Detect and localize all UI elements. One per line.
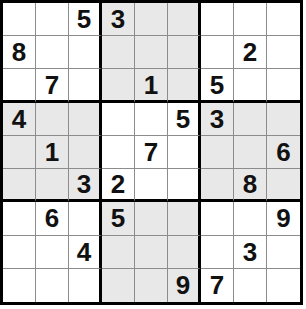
- cell-r4c6[interactable]: 5: [168, 103, 201, 136]
- cell-r2c7[interactable]: [201, 36, 234, 69]
- cell-r7c2[interactable]: 6: [36, 202, 69, 235]
- sudoku-board: 53827154531763286594397: [0, 0, 303, 305]
- cell-r8c8[interactable]: 3: [234, 236, 267, 269]
- cell-r8c7[interactable]: [201, 236, 234, 269]
- cell-r9c7[interactable]: 7: [201, 269, 234, 302]
- cell-r2c5[interactable]: [135, 36, 168, 69]
- cell-r3c8[interactable]: [234, 69, 267, 102]
- cell-r4c4[interactable]: [102, 103, 135, 136]
- cell-r7c8[interactable]: [234, 202, 267, 235]
- cell-r4c3[interactable]: [69, 103, 102, 136]
- cell-r4c7[interactable]: 3: [201, 103, 234, 136]
- cell-r1c5[interactable]: [135, 3, 168, 36]
- cell-r1c2[interactable]: [36, 3, 69, 36]
- cell-r9c1[interactable]: [3, 269, 36, 302]
- cell-r3c7[interactable]: 5: [201, 69, 234, 102]
- cell-r6c6[interactable]: [168, 169, 201, 202]
- cell-r8c5[interactable]: [135, 236, 168, 269]
- cell-r9c5[interactable]: [135, 269, 168, 302]
- cell-r2c3[interactable]: [69, 36, 102, 69]
- cell-r7c6[interactable]: [168, 202, 201, 235]
- cell-r8c6[interactable]: [168, 236, 201, 269]
- cell-r7c9[interactable]: 9: [267, 202, 300, 235]
- cell-r2c9[interactable]: [267, 36, 300, 69]
- cell-r9c3[interactable]: [69, 269, 102, 302]
- cell-r6c9[interactable]: [267, 169, 300, 202]
- cell-r8c1[interactable]: [3, 236, 36, 269]
- cell-r3c1[interactable]: [3, 69, 36, 102]
- cell-r3c9[interactable]: [267, 69, 300, 102]
- cell-r2c6[interactable]: [168, 36, 201, 69]
- cell-r6c1[interactable]: [3, 169, 36, 202]
- cell-r2c4[interactable]: [102, 36, 135, 69]
- cell-r9c2[interactable]: [36, 269, 69, 302]
- cell-r3c5[interactable]: 1: [135, 69, 168, 102]
- cell-r1c3[interactable]: 5: [69, 3, 102, 36]
- cell-r4c8[interactable]: [234, 103, 267, 136]
- cell-r4c2[interactable]: [36, 103, 69, 136]
- cell-r1c8[interactable]: [234, 3, 267, 36]
- cell-r6c4[interactable]: 2: [102, 169, 135, 202]
- cell-r3c3[interactable]: [69, 69, 102, 102]
- cell-r5c2[interactable]: 1: [36, 136, 69, 169]
- cell-r9c9[interactable]: [267, 269, 300, 302]
- cell-r4c5[interactable]: [135, 103, 168, 136]
- cell-r8c3[interactable]: 4: [69, 236, 102, 269]
- cell-r5c9[interactable]: 6: [267, 136, 300, 169]
- cell-r5c1[interactable]: [3, 136, 36, 169]
- cell-r5c7[interactable]: [201, 136, 234, 169]
- cell-r6c8[interactable]: 8: [234, 169, 267, 202]
- cell-r3c4[interactable]: [102, 69, 135, 102]
- cell-r5c4[interactable]: [102, 136, 135, 169]
- cell-r8c2[interactable]: [36, 236, 69, 269]
- cell-r8c4[interactable]: [102, 236, 135, 269]
- cell-r3c2[interactable]: 7: [36, 69, 69, 102]
- cell-r1c1[interactable]: [3, 3, 36, 36]
- cell-r7c4[interactable]: 5: [102, 202, 135, 235]
- cell-r9c8[interactable]: [234, 269, 267, 302]
- cell-r2c8[interactable]: 2: [234, 36, 267, 69]
- cell-r1c9[interactable]: [267, 3, 300, 36]
- cell-r2c1[interactable]: 8: [3, 36, 36, 69]
- cell-r6c2[interactable]: [36, 169, 69, 202]
- cell-r4c9[interactable]: [267, 103, 300, 136]
- cell-r7c7[interactable]: [201, 202, 234, 235]
- cell-r5c3[interactable]: [69, 136, 102, 169]
- cell-r6c3[interactable]: 3: [69, 169, 102, 202]
- cell-r1c4[interactable]: 3: [102, 3, 135, 36]
- cell-r5c5[interactable]: 7: [135, 136, 168, 169]
- cell-r1c6[interactable]: [168, 3, 201, 36]
- cell-r6c7[interactable]: [201, 169, 234, 202]
- cell-r1c7[interactable]: [201, 3, 234, 36]
- cell-r7c1[interactable]: [3, 202, 36, 235]
- cell-r5c6[interactable]: [168, 136, 201, 169]
- cell-r2c2[interactable]: [36, 36, 69, 69]
- cell-r4c1[interactable]: 4: [3, 103, 36, 136]
- cell-r9c4[interactable]: [102, 269, 135, 302]
- cell-r8c9[interactable]: [267, 236, 300, 269]
- cell-r3c6[interactable]: [168, 69, 201, 102]
- cell-r6c5[interactable]: [135, 169, 168, 202]
- cell-r7c3[interactable]: [69, 202, 102, 235]
- cell-r9c6[interactable]: 9: [168, 269, 201, 302]
- cell-r5c8[interactable]: [234, 136, 267, 169]
- cell-r7c5[interactable]: [135, 202, 168, 235]
